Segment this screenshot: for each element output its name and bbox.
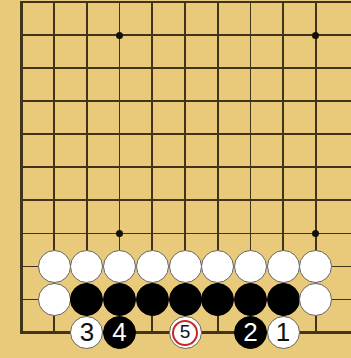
star-point [116,230,123,237]
stone-black[interactable] [267,283,300,316]
stone-white[interactable] [103,250,136,283]
grid-horizontal-line [20,67,351,69]
grid-horizontal-line [20,133,351,135]
star-point [312,230,319,237]
stone-black-move-2[interactable]: 2 [234,316,267,349]
move-number-label: 4 [112,319,126,345]
stone-white[interactable] [299,283,332,316]
stone-white-move-5[interactable]: 5 [169,316,202,349]
move-number-label: 1 [276,319,290,345]
star-point [312,32,319,39]
grid-horizontal-line [20,233,351,235]
go-board[interactable]: 34521 [0,0,351,358]
stone-white[interactable] [169,250,202,283]
grid-horizontal-line [20,100,351,102]
stone-black[interactable] [103,283,136,316]
grid-horizontal-line [20,34,351,36]
move-number-label: 2 [243,319,257,345]
stone-white[interactable] [234,250,267,283]
stone-white[interactable] [201,250,234,283]
stone-black[interactable] [201,283,234,316]
stone-white[interactable] [267,250,300,283]
stone-white[interactable] [299,250,332,283]
grid-horizontal-line [20,166,351,168]
stone-white[interactable] [70,250,103,283]
grid-horizontal-line [20,1,351,3]
move-number-label: 3 [80,319,94,345]
stone-black[interactable] [70,283,103,316]
stone-white-move-1[interactable]: 1 [267,316,300,349]
move-number-label: 5 [180,322,191,341]
stone-white[interactable] [38,283,71,316]
stone-white[interactable] [136,250,169,283]
stone-white[interactable] [38,250,71,283]
stone-black[interactable] [136,283,169,316]
stone-white-move-3[interactable]: 3 [70,316,103,349]
stone-black[interactable] [234,283,267,316]
stone-black[interactable] [169,283,202,316]
grid-horizontal-line [20,199,351,201]
stone-black-move-4[interactable]: 4 [103,316,136,349]
star-point [116,32,123,39]
